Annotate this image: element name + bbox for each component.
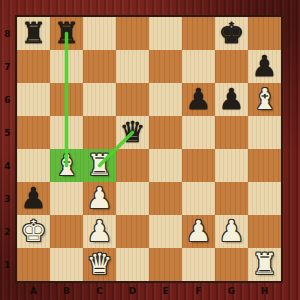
square-d2[interactable] [116,215,149,248]
square-h8[interactable] [248,17,281,50]
square-a7[interactable] [17,50,50,83]
square-c4[interactable]: ♜ [83,149,116,182]
rank-label-1: 1 [0,248,15,281]
piece-bp-g6[interactable]: ♟ [215,83,248,116]
file-label-c: C [83,283,116,299]
square-d8[interactable] [116,17,149,50]
square-e8[interactable] [149,17,182,50]
square-e3[interactable] [149,182,182,215]
square-e7[interactable] [149,50,182,83]
piece-br-b8[interactable]: ♜ [50,17,83,50]
square-a1[interactable] [17,248,50,281]
piece-wr-c4[interactable]: ♜ [83,149,116,182]
rank-label-5: 5 [0,116,15,149]
rank-label-8: 8 [0,17,15,50]
square-h6[interactable]: ♝ [248,83,281,116]
piece-bp-h7[interactable]: ♟ [248,50,281,83]
square-g8[interactable]: ♚ [215,17,248,50]
square-b8[interactable]: ♜ [50,17,83,50]
piece-bq-d5[interactable]: ♛ [116,116,149,149]
piece-wp-f2[interactable]: ♟ [182,215,215,248]
rank-label-7: 7 [0,50,15,83]
square-b6[interactable] [50,83,83,116]
square-g7[interactable] [215,50,248,83]
chess-board[interactable]: ♜♜♚♟♟♟♝♛♝♜♟♟♚♟♟♟♛♜ [15,15,283,283]
square-e6[interactable] [149,83,182,116]
square-d4[interactable] [116,149,149,182]
square-d1[interactable] [116,248,149,281]
rank-label-6: 6 [0,83,15,116]
square-f7[interactable] [182,50,215,83]
file-label-f: F [182,283,215,299]
file-label-a: A [17,283,50,299]
square-e1[interactable] [149,248,182,281]
rank-labels: 87654321 [0,17,15,281]
square-f2[interactable]: ♟ [182,215,215,248]
square-b3[interactable] [50,182,83,215]
square-a6[interactable] [17,83,50,116]
square-c6[interactable] [83,83,116,116]
square-a5[interactable] [17,116,50,149]
square-g2[interactable]: ♟ [215,215,248,248]
square-b4[interactable]: ♝ [50,149,83,182]
square-g5[interactable] [215,116,248,149]
file-labels: ABCDEFGH [17,283,281,299]
piece-br-a8[interactable]: ♜ [17,17,50,50]
board-frame: 87654321 ♜♜♚♟♟♟♝♛♝♜♟♟♚♟♟♟♛♜ ABCDEFGH [0,0,300,300]
piece-wq-c1[interactable]: ♛ [83,248,116,281]
square-d6[interactable] [116,83,149,116]
file-label-h: H [248,283,281,299]
rank-label-4: 4 [0,149,15,182]
square-c5[interactable] [83,116,116,149]
square-a2[interactable]: ♚ [17,215,50,248]
piece-wp-c2[interactable]: ♟ [83,215,116,248]
square-d7[interactable] [116,50,149,83]
piece-wb-h6[interactable]: ♝ [248,83,281,116]
square-e5[interactable] [149,116,182,149]
square-h7[interactable]: ♟ [248,50,281,83]
piece-bp-a3[interactable]: ♟ [17,182,50,215]
square-g6[interactable]: ♟ [215,83,248,116]
square-f5[interactable] [182,116,215,149]
piece-bp-f6[interactable]: ♟ [182,83,215,116]
square-c8[interactable] [83,17,116,50]
square-c1[interactable]: ♛ [83,248,116,281]
square-e2[interactable] [149,215,182,248]
rank-label-3: 3 [0,182,15,215]
square-f1[interactable] [182,248,215,281]
square-b1[interactable] [50,248,83,281]
file-label-b: B [50,283,83,299]
square-c3[interactable]: ♟ [83,182,116,215]
square-h2[interactable] [248,215,281,248]
square-b7[interactable] [50,50,83,83]
piece-wp-g2[interactable]: ♟ [215,215,248,248]
rank-label-2: 2 [0,215,15,248]
square-d5[interactable]: ♛ [116,116,149,149]
piece-wr-h1[interactable]: ♜ [248,248,281,281]
piece-wk-a2[interactable]: ♚ [17,215,50,248]
square-a3[interactable]: ♟ [17,182,50,215]
square-f6[interactable]: ♟ [182,83,215,116]
file-label-g: G [215,283,248,299]
piece-wb-b4[interactable]: ♝ [50,149,83,182]
square-f4[interactable] [182,149,215,182]
piece-bk-g8[interactable]: ♚ [215,17,248,50]
square-h5[interactable] [248,116,281,149]
square-h3[interactable] [248,182,281,215]
square-d3[interactable] [116,182,149,215]
square-g3[interactable] [215,182,248,215]
file-label-e: E [149,283,182,299]
square-h1[interactable]: ♜ [248,248,281,281]
square-e4[interactable] [149,149,182,182]
square-c2[interactable]: ♟ [83,215,116,248]
square-f8[interactable] [182,17,215,50]
square-c7[interactable] [83,50,116,83]
square-h4[interactable] [248,149,281,182]
square-g4[interactable] [215,149,248,182]
square-f3[interactable] [182,182,215,215]
file-label-d: D [116,283,149,299]
piece-wp-c3[interactable]: ♟ [83,182,116,215]
square-a8[interactable]: ♜ [17,17,50,50]
square-b5[interactable] [50,116,83,149]
square-b2[interactable] [50,215,83,248]
square-g1[interactable] [215,248,248,281]
square-a4[interactable] [17,149,50,182]
